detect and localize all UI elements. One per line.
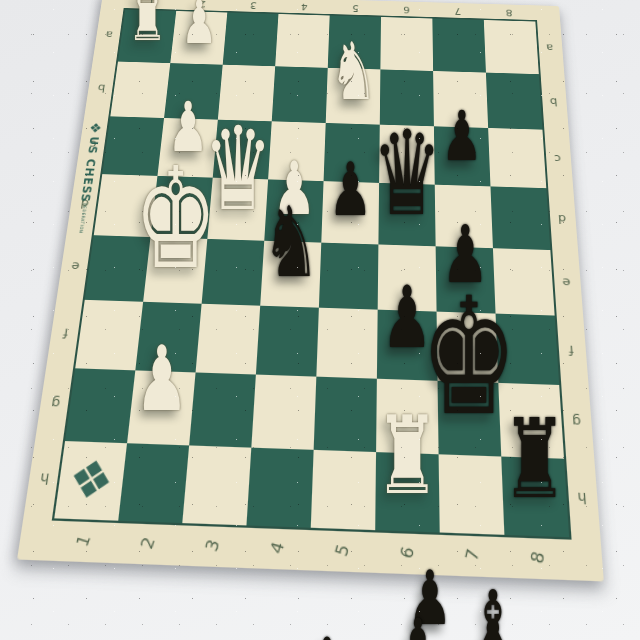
square-a4[interactable] xyxy=(275,14,329,68)
piece-white-king[interactable]: ♚ xyxy=(134,150,217,289)
piece-black-queen[interactable]: ♛ xyxy=(372,115,442,232)
file-label-right-a: a xyxy=(535,22,564,75)
piece-black-bishop[interactable]: ♝ xyxy=(469,580,517,640)
piece-black-pawn[interactable]: ♟ xyxy=(396,609,441,640)
square-a6[interactable] xyxy=(380,17,433,71)
piece-white-rook[interactable]: ♜ xyxy=(128,0,167,50)
square-f1[interactable] xyxy=(75,300,143,371)
square-a3[interactable] xyxy=(223,13,279,67)
file-label-right-h: h xyxy=(564,459,600,539)
rank-label-top-3: 3 xyxy=(227,0,279,14)
rank-labels-bottom: 12345678 xyxy=(48,518,572,580)
us-chess-logo-name: US CHESS xyxy=(78,136,102,203)
rank-label-top-7: 7 xyxy=(432,2,484,20)
square-f4[interactable] xyxy=(256,306,319,377)
table-surface: ❖ 12345678 12345678 abcdefgh abcdefgh ❖ … xyxy=(0,0,640,640)
piece-black-pawn[interactable]: ♟ xyxy=(441,102,482,171)
square-b4[interactable] xyxy=(272,66,328,123)
file-label-right-e: e xyxy=(550,250,583,316)
piece-black-pawn[interactable]: ♟ xyxy=(305,628,348,640)
rank-label-top-8: 8 xyxy=(483,4,535,22)
file-label-right-c: c xyxy=(542,130,573,189)
square-b8[interactable] xyxy=(486,73,543,130)
piece-black-knight[interactable]: ♞ xyxy=(262,193,320,291)
file-label-right-d: d xyxy=(546,188,578,251)
piece-black-pawn[interactable]: ♟ xyxy=(329,154,373,228)
rank-label-top-4: 4 xyxy=(278,0,330,16)
square-d8[interactable] xyxy=(490,186,550,250)
square-a8[interactable] xyxy=(484,20,539,74)
square-g4[interactable] xyxy=(251,375,316,450)
piece-white-pawn[interactable]: ♟ xyxy=(181,0,217,52)
us-chess-logo-subtitle: FEDERATION xyxy=(78,203,87,233)
square-a7[interactable] xyxy=(432,19,486,73)
us-chess-crest-icon: ❖ xyxy=(88,122,102,135)
square-g5[interactable] xyxy=(314,377,377,452)
rank-label-top-5: 5 xyxy=(330,0,381,17)
square-g3[interactable] xyxy=(189,372,256,447)
piece-white-rook[interactable]: ♜ xyxy=(375,401,440,509)
square-c8[interactable] xyxy=(488,128,546,188)
file-label-right-f: f xyxy=(555,316,589,386)
square-e5[interactable] xyxy=(319,243,379,310)
piece-white-pawn[interactable]: ♟ xyxy=(135,333,189,423)
piece-black-rook[interactable]: ♜ xyxy=(502,404,567,514)
square-f3[interactable] xyxy=(196,304,261,375)
piece-white-knight[interactable]: ♞ xyxy=(330,32,378,112)
rank-label-top-6: 6 xyxy=(381,1,432,19)
file-label-right-b: b xyxy=(539,74,569,130)
square-g1[interactable] xyxy=(65,368,135,443)
square-b1[interactable] xyxy=(110,62,170,118)
us-chess-corner-crest-icon: ❖ xyxy=(63,450,120,509)
square-f5[interactable] xyxy=(316,308,377,379)
